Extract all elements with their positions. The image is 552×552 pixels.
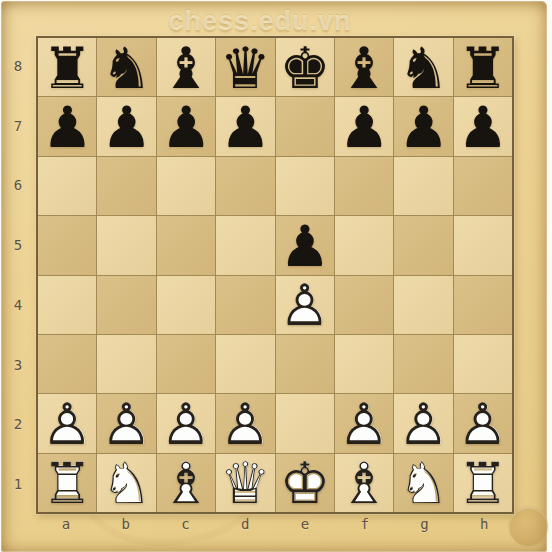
square-c3[interactable] bbox=[157, 335, 215, 393]
square-a1[interactable]: ♜♖ bbox=[38, 454, 96, 512]
square-e6[interactable] bbox=[276, 157, 334, 215]
black-knight-glyph: ♞ bbox=[394, 39, 452, 97]
black-pawn-glyph: ♟ bbox=[276, 217, 334, 275]
file-label-d: d bbox=[241, 516, 249, 532]
square-h6[interactable] bbox=[454, 157, 512, 215]
square-b3[interactable] bbox=[97, 335, 155, 393]
rank-label-3: 3 bbox=[14, 357, 22, 373]
square-g4[interactable] bbox=[394, 276, 452, 334]
square-f2[interactable]: ♟♙ bbox=[335, 394, 393, 452]
rank-label-8: 8 bbox=[14, 58, 22, 74]
white-bishop-outline-glyph: ♗ bbox=[157, 455, 215, 513]
white-rook-outline-glyph: ♖ bbox=[38, 455, 96, 513]
square-h7[interactable]: ♟ bbox=[454, 97, 512, 155]
corner-stain-disc bbox=[509, 507, 548, 546]
white-bishop-outline-glyph: ♗ bbox=[335, 455, 393, 513]
black-rook-glyph: ♜ bbox=[454, 39, 512, 97]
board-grid: ♜♞♝♛♚♝♞♜♟♟♟♟♟♟♟♟♟♙♟♙♟♙♟♙♟♙♟♙♟♙♟♙♜♖♞♘♝♗♛♕… bbox=[36, 36, 514, 514]
square-e5[interactable]: ♟ bbox=[276, 216, 334, 274]
piece-white-pawn[interactable]: ♟♙ bbox=[335, 394, 393, 452]
square-h1[interactable]: ♜♖ bbox=[454, 454, 512, 512]
rank-label-5: 5 bbox=[14, 237, 22, 253]
square-f5[interactable] bbox=[335, 216, 393, 274]
rank-labels: 87654321 bbox=[0, 36, 36, 514]
square-h2[interactable]: ♟♙ bbox=[454, 394, 512, 452]
file-label-c: c bbox=[181, 516, 189, 532]
square-g7[interactable]: ♟ bbox=[394, 97, 452, 155]
square-b5[interactable] bbox=[97, 216, 155, 274]
piece-white-knight[interactable]: ♞♘ bbox=[97, 454, 155, 512]
square-e2[interactable] bbox=[276, 394, 334, 452]
square-a7[interactable]: ♟ bbox=[38, 97, 96, 155]
file-label-h: h bbox=[480, 516, 488, 532]
piece-white-pawn[interactable]: ♟♙ bbox=[38, 394, 96, 452]
black-queen-glyph: ♛ bbox=[216, 39, 274, 97]
piece-black-pawn[interactable]: ♟ bbox=[335, 97, 393, 155]
piece-white-pawn[interactable]: ♟♙ bbox=[394, 394, 452, 452]
piece-black-pawn[interactable]: ♟ bbox=[394, 97, 452, 155]
black-bishop-glyph: ♝ bbox=[335, 39, 393, 97]
square-d3[interactable] bbox=[216, 335, 274, 393]
piece-white-bishop[interactable]: ♝♗ bbox=[335, 454, 393, 512]
piece-black-pawn[interactable]: ♟ bbox=[38, 97, 96, 155]
piece-white-rook[interactable]: ♜♖ bbox=[38, 454, 96, 512]
square-g5[interactable] bbox=[394, 216, 452, 274]
black-pawn-glyph: ♟ bbox=[394, 98, 452, 156]
piece-black-queen[interactable]: ♛ bbox=[216, 38, 274, 96]
square-d8[interactable]: ♛ bbox=[216, 38, 274, 96]
piece-white-pawn[interactable]: ♟♙ bbox=[97, 394, 155, 452]
square-d2[interactable]: ♟♙ bbox=[216, 394, 274, 452]
piece-black-pawn[interactable]: ♟ bbox=[216, 97, 274, 155]
white-pawn-outline-glyph: ♙ bbox=[97, 395, 155, 453]
square-b4[interactable] bbox=[97, 276, 155, 334]
square-a4[interactable] bbox=[38, 276, 96, 334]
square-g3[interactable] bbox=[394, 335, 452, 393]
square-f7[interactable]: ♟ bbox=[335, 97, 393, 155]
square-g2[interactable]: ♟♙ bbox=[394, 394, 452, 452]
square-h3[interactable] bbox=[454, 335, 512, 393]
black-pawn-glyph: ♟ bbox=[157, 98, 215, 156]
black-pawn-glyph: ♟ bbox=[335, 98, 393, 156]
white-pawn-outline-glyph: ♙ bbox=[454, 395, 512, 453]
square-e7[interactable] bbox=[276, 97, 334, 155]
white-pawn-outline-glyph: ♙ bbox=[157, 395, 215, 453]
torn-edge-notch bbox=[547, 452, 552, 494]
square-d1[interactable]: ♛♕ bbox=[216, 454, 274, 512]
square-d5[interactable] bbox=[216, 216, 274, 274]
piece-black-rook[interactable]: ♜ bbox=[454, 38, 512, 96]
square-g8[interactable]: ♞ bbox=[394, 38, 452, 96]
square-c7[interactable]: ♟ bbox=[157, 97, 215, 155]
piece-white-pawn[interactable]: ♟♙ bbox=[157, 394, 215, 452]
black-pawn-glyph: ♟ bbox=[97, 98, 155, 156]
black-pawn-glyph: ♟ bbox=[38, 98, 96, 156]
square-d7[interactable]: ♟ bbox=[216, 97, 274, 155]
square-g6[interactable] bbox=[394, 157, 452, 215]
file-label-b: b bbox=[121, 516, 129, 532]
square-b2[interactable]: ♟♙ bbox=[97, 394, 155, 452]
white-knight-outline-glyph: ♘ bbox=[97, 455, 155, 513]
piece-black-pawn[interactable]: ♟ bbox=[454, 97, 512, 155]
piece-black-pawn[interactable]: ♟ bbox=[97, 97, 155, 155]
piece-white-pawn[interactable]: ♟♙ bbox=[216, 394, 274, 452]
black-bishop-glyph: ♝ bbox=[157, 39, 215, 97]
square-c8[interactable]: ♝ bbox=[157, 38, 215, 96]
file-label-e: e bbox=[301, 516, 309, 532]
chess-diagram: chess.edu.vn 87654321 ♜♞♝♛♚♝♞♜♟♟♟♟♟♟♟♟♟♙… bbox=[0, 0, 552, 552]
black-pawn-glyph: ♟ bbox=[216, 98, 274, 156]
square-e3[interactable] bbox=[276, 335, 334, 393]
piece-black-bishop[interactable]: ♝ bbox=[157, 38, 215, 96]
square-f8[interactable]: ♝ bbox=[335, 38, 393, 96]
square-f3[interactable] bbox=[335, 335, 393, 393]
piece-white-pawn[interactable]: ♟♙ bbox=[276, 276, 334, 334]
rank-label-6: 6 bbox=[14, 177, 22, 193]
square-e1[interactable]: ♚♔ bbox=[276, 454, 334, 512]
square-f1[interactable]: ♝♗ bbox=[335, 454, 393, 512]
piece-black-king[interactable]: ♚ bbox=[276, 38, 334, 96]
square-d6[interactable] bbox=[216, 157, 274, 215]
file-labels: abcdefgh bbox=[36, 514, 514, 538]
square-c4[interactable] bbox=[157, 276, 215, 334]
square-g1[interactable]: ♞♘ bbox=[394, 454, 452, 512]
rank-label-1: 1 bbox=[14, 476, 22, 492]
square-a6[interactable] bbox=[38, 157, 96, 215]
white-king-outline-glyph: ♔ bbox=[276, 455, 334, 513]
piece-white-bishop[interactable]: ♝♗ bbox=[157, 454, 215, 512]
square-h4[interactable] bbox=[454, 276, 512, 334]
white-pawn-outline-glyph: ♙ bbox=[216, 395, 274, 453]
piece-black-rook[interactable]: ♜ bbox=[38, 38, 96, 96]
square-d4[interactable] bbox=[216, 276, 274, 334]
piece-black-bishop[interactable]: ♝ bbox=[335, 38, 393, 96]
black-knight-glyph: ♞ bbox=[97, 39, 155, 97]
file-label-g: g bbox=[420, 516, 428, 532]
piece-black-knight[interactable]: ♞ bbox=[394, 38, 452, 96]
white-knight-outline-glyph: ♘ bbox=[394, 455, 452, 513]
square-b6[interactable] bbox=[97, 157, 155, 215]
white-queen-outline-glyph: ♕ bbox=[216, 455, 274, 513]
square-c6[interactable] bbox=[157, 157, 215, 215]
rank-label-4: 4 bbox=[14, 297, 22, 313]
rank-label-2: 2 bbox=[14, 416, 22, 432]
white-rook-outline-glyph: ♖ bbox=[454, 455, 512, 513]
piece-black-pawn[interactable]: ♟ bbox=[157, 97, 215, 155]
square-c1[interactable]: ♝♗ bbox=[157, 454, 215, 512]
square-a8[interactable]: ♜ bbox=[38, 38, 96, 96]
piece-white-king[interactable]: ♚♔ bbox=[276, 454, 334, 512]
square-f6[interactable] bbox=[335, 157, 393, 215]
piece-white-knight[interactable]: ♞♘ bbox=[394, 454, 452, 512]
piece-white-rook[interactable]: ♜♖ bbox=[454, 454, 512, 512]
black-rook-glyph: ♜ bbox=[38, 39, 96, 97]
square-b7[interactable]: ♟ bbox=[97, 97, 155, 155]
black-pawn-glyph: ♟ bbox=[454, 98, 512, 156]
square-e8[interactable]: ♚ bbox=[276, 38, 334, 96]
square-h8[interactable]: ♜ bbox=[454, 38, 512, 96]
square-c2[interactable]: ♟♙ bbox=[157, 394, 215, 452]
square-h5[interactable] bbox=[454, 216, 512, 274]
square-b8[interactable]: ♞ bbox=[97, 38, 155, 96]
piece-black-knight[interactable]: ♞ bbox=[97, 38, 155, 96]
white-pawn-outline-glyph: ♙ bbox=[335, 395, 393, 453]
white-pawn-outline-glyph: ♙ bbox=[276, 277, 334, 335]
rank-label-7: 7 bbox=[14, 118, 22, 134]
file-label-a: a bbox=[62, 516, 70, 532]
black-king-glyph: ♚ bbox=[276, 39, 334, 97]
square-a3[interactable] bbox=[38, 335, 96, 393]
square-a2[interactable]: ♟♙ bbox=[38, 394, 96, 452]
file-label-f: f bbox=[360, 516, 368, 532]
piece-black-pawn[interactable]: ♟ bbox=[276, 216, 334, 274]
white-pawn-outline-glyph: ♙ bbox=[394, 395, 452, 453]
square-e4[interactable]: ♟♙ bbox=[276, 276, 334, 334]
white-pawn-outline-glyph: ♙ bbox=[38, 395, 96, 453]
square-f4[interactable] bbox=[335, 276, 393, 334]
square-a5[interactable] bbox=[38, 216, 96, 274]
torn-edge-notch bbox=[547, 112, 552, 146]
piece-white-pawn[interactable]: ♟♙ bbox=[454, 394, 512, 452]
square-c5[interactable] bbox=[157, 216, 215, 274]
piece-white-queen[interactable]: ♛♕ bbox=[216, 454, 274, 512]
square-b1[interactable]: ♞♘ bbox=[97, 454, 155, 512]
